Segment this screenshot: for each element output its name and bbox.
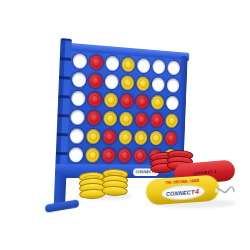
cell-r2c7 (165, 76, 180, 95)
cell-r5c7 (163, 129, 178, 147)
empty-slot (70, 110, 85, 125)
yellow-disc (120, 75, 134, 90)
cell-r2c1 (70, 70, 87, 90)
cell-r4c5 (133, 110, 149, 129)
empty-slot (72, 53, 86, 69)
red-disc (134, 112, 147, 127)
cell-r1c5 (135, 56, 151, 75)
cell-r2c5 (135, 74, 151, 93)
cell-r2c6 (150, 75, 166, 94)
cell-r4c2 (85, 108, 102, 127)
cell-r5c5 (132, 128, 148, 146)
empty-slot (166, 78, 179, 93)
empty-slot (167, 60, 180, 75)
cell-r1c3 (104, 54, 121, 73)
empty-slot (166, 96, 179, 111)
cell-r4c3 (101, 109, 118, 128)
empty-slot (152, 59, 165, 74)
empty-slot (69, 128, 84, 143)
yellow-carry-bag: THE ORIGINAL GAME CONNECT4 (145, 174, 220, 205)
red-disc (120, 93, 134, 108)
yellow-disc (119, 112, 133, 127)
connect-four-product-photo: CONNECT4 CONNECT 4 THE ORIGINAL GAME CON… (0, 0, 250, 250)
empty-slot (105, 56, 119, 71)
yellow-disc (104, 92, 118, 107)
cell-r1c2 (87, 52, 104, 72)
yellow-disc (86, 129, 100, 144)
yellow-bag-logo-text: CONNECT (166, 189, 195, 197)
yellow-disc (85, 148, 99, 163)
cell-r1c1 (71, 51, 88, 71)
cell-r6c1 (67, 145, 85, 164)
empty-slot (68, 147, 83, 162)
yellow-disc (134, 130, 147, 145)
red-disc (88, 73, 102, 88)
cell-r1c6 (151, 57, 167, 76)
red-disc (87, 92, 101, 107)
yellow-disc (149, 131, 162, 145)
cell-r6c3 (100, 146, 117, 165)
red-disc (164, 131, 177, 145)
yellow-disc (151, 95, 164, 110)
cell-r3c6 (149, 93, 165, 112)
board-left-foot (45, 199, 80, 213)
red-disc (135, 94, 148, 109)
red-disc (133, 148, 146, 162)
empty-slot (104, 74, 118, 89)
yellow-bag-logo-number: 4 (195, 188, 200, 195)
cell-r5c3 (101, 127, 118, 146)
yellow-disc (103, 111, 117, 126)
cell-r4c1 (68, 107, 85, 126)
cell-r5c4 (117, 128, 133, 147)
cell-r3c3 (102, 90, 119, 109)
cell-r5c6 (148, 129, 164, 147)
cell-r1c4 (120, 55, 136, 74)
cell-r4c4 (117, 110, 133, 129)
yellow-disc (165, 113, 178, 127)
cell-r5c1 (68, 126, 85, 145)
red-disc (89, 54, 103, 70)
cell-r3c1 (69, 89, 86, 109)
zipper-cord-icon (215, 182, 236, 199)
empty-slot (71, 91, 86, 106)
board-grid (67, 51, 181, 165)
cell-r2c2 (87, 71, 104, 91)
cell-r6c2 (84, 146, 101, 165)
cell-r5c2 (84, 127, 101, 146)
yellow-disc (118, 130, 132, 145)
cell-r4c6 (148, 111, 164, 129)
cell-r2c3 (103, 72, 120, 91)
cell-r3c7 (164, 94, 179, 112)
cell-r1c7 (166, 58, 181, 77)
empty-slot (137, 58, 150, 73)
cell-r6c4 (116, 146, 132, 164)
cell-r3c5 (134, 92, 150, 111)
yellow-disc (121, 57, 135, 72)
cell-r4c7 (164, 112, 179, 130)
cell-r3c2 (86, 90, 103, 109)
red-disc (102, 129, 116, 144)
empty-slot (151, 77, 164, 92)
red-disc (101, 148, 115, 163)
yellow-disc-stack-2 (102, 169, 129, 196)
yellow-bag-logo: CONNECT4 (160, 183, 205, 201)
red-disc (117, 148, 131, 163)
red-disc (150, 113, 163, 128)
yellow-disc (136, 76, 149, 91)
red-disc (87, 110, 101, 125)
cell-r6c5 (132, 146, 148, 164)
cell-r3c4 (118, 91, 134, 110)
empty-slot (71, 72, 85, 88)
cell-r2c4 (119, 73, 135, 92)
